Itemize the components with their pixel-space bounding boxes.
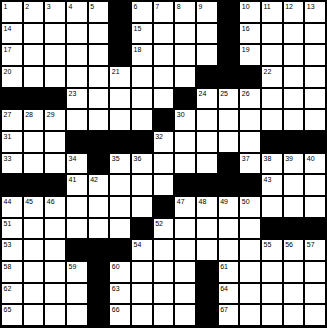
clue-number: 25 — [220, 89, 228, 98]
clue-number: 32 — [155, 132, 163, 141]
clue-number: 62 — [4, 284, 12, 293]
cell-r6c5[interactable] — [89, 110, 109, 130]
cell-r13c15[interactable] — [305, 262, 325, 282]
clue-number: 19 — [242, 45, 250, 54]
cell-r7c12[interactable] — [240, 132, 260, 152]
clue-number: 67 — [220, 305, 228, 314]
cell-r14c8[interactable] — [154, 284, 174, 304]
cell-r13c11[interactable]: 61 — [219, 262, 239, 282]
cell-r13c4[interactable]: 59 — [67, 262, 87, 282]
cell-r12c1[interactable]: 53 — [2, 240, 22, 260]
cell-r5c5[interactable] — [89, 89, 109, 109]
cell-r3c3[interactable] — [45, 45, 65, 65]
cell-r4c14[interactable] — [284, 67, 304, 87]
block-cell — [175, 175, 195, 195]
clue-number: 54 — [133, 240, 141, 249]
cell-r14c11[interactable]: 64 — [219, 284, 239, 304]
cell-r3c15[interactable] — [305, 45, 325, 65]
cell-r14c13[interactable] — [262, 284, 282, 304]
block-cell — [132, 219, 152, 239]
cell-r6c12[interactable] — [240, 110, 260, 130]
cell-r2c10[interactable] — [197, 24, 217, 44]
cell-r12c9[interactable] — [175, 240, 195, 260]
cell-r10c11[interactable]: 49 — [219, 197, 239, 217]
block-cell — [110, 132, 130, 152]
block-cell — [89, 240, 109, 260]
cell-r6c7[interactable] — [132, 110, 152, 130]
block-cell — [175, 89, 195, 109]
clue-number: 21 — [112, 67, 120, 76]
cell-r5c7[interactable] — [132, 89, 152, 109]
clue-number: 40 — [307, 154, 315, 163]
clue-number: 9 — [198, 2, 202, 11]
cell-r1c5[interactable]: 5 — [89, 2, 109, 22]
cell-r1c10[interactable]: 9 — [197, 2, 217, 22]
cell-r1c14[interactable]: 12 — [284, 2, 304, 22]
block-cell — [110, 2, 130, 22]
clue-number: 64 — [220, 284, 228, 293]
cell-r10c9[interactable]: 47 — [175, 197, 195, 217]
cell-r9c6[interactable] — [110, 175, 130, 195]
cell-r10c1[interactable]: 44 — [2, 197, 22, 217]
cell-r12c14[interactable]: 56 — [284, 240, 304, 260]
cell-r8c6[interactable]: 35 — [110, 154, 130, 174]
block-cell — [219, 67, 239, 87]
cell-r3c9[interactable] — [175, 45, 195, 65]
block-cell — [132, 132, 152, 152]
cell-r4c9[interactable] — [175, 67, 195, 87]
clue-number: 58 — [4, 262, 12, 271]
clue-number: 11 — [263, 2, 270, 11]
cell-r2c9[interactable] — [175, 24, 195, 44]
cell-r3c7[interactable]: 18 — [132, 45, 152, 65]
block-cell — [240, 67, 260, 87]
cell-r5c10[interactable]: 24 — [197, 89, 217, 109]
cell-r2c12[interactable]: 16 — [240, 24, 260, 44]
clue-number: 15 — [133, 24, 141, 33]
cell-r5c15[interactable] — [305, 89, 325, 109]
cell-r2c8[interactable] — [154, 24, 174, 44]
clue-number: 43 — [263, 175, 271, 184]
cell-r6c10[interactable] — [197, 110, 217, 130]
clue-number: 48 — [198, 197, 206, 206]
clue-number: 12 — [285, 2, 293, 11]
cell-r6c6[interactable] — [110, 110, 130, 130]
cell-r12c7[interactable]: 54 — [132, 240, 152, 260]
cell-r1c9[interactable]: 8 — [175, 2, 195, 22]
cell-r12c3[interactable] — [45, 240, 65, 260]
block-cell — [154, 197, 174, 217]
block-cell — [197, 305, 217, 325]
clue-number: 7 — [155, 2, 159, 11]
cell-r4c5[interactable] — [89, 67, 109, 87]
clue-number: 37 — [242, 154, 250, 163]
block-cell — [197, 67, 217, 87]
cell-r7c9[interactable] — [175, 132, 195, 152]
cell-r10c14[interactable] — [284, 197, 304, 217]
block-cell — [45, 89, 65, 109]
cell-r9c7[interactable] — [132, 175, 152, 195]
block-cell — [24, 175, 44, 195]
cell-r8c8[interactable] — [154, 154, 174, 174]
clue-number: 30 — [177, 110, 185, 119]
cell-r6c9[interactable]: 30 — [175, 110, 195, 130]
cell-r8c13[interactable]: 38 — [262, 154, 282, 174]
cell-r15c8[interactable] — [154, 305, 174, 325]
cell-r9c5[interactable]: 42 — [89, 175, 109, 195]
block-cell — [67, 240, 87, 260]
block-cell — [89, 284, 109, 304]
cell-r12c10[interactable] — [197, 240, 217, 260]
cell-r12c8[interactable] — [154, 240, 174, 260]
clue-number: 1 — [4, 2, 8, 11]
cell-r10c12[interactable]: 50 — [240, 197, 260, 217]
cell-r4c7[interactable] — [132, 67, 152, 87]
block-cell — [110, 24, 130, 44]
clue-number: 47 — [177, 197, 185, 206]
cell-r8c9[interactable] — [175, 154, 195, 174]
clue-number: 16 — [242, 24, 250, 33]
cell-r4c2[interactable] — [24, 67, 44, 87]
cell-r10c15[interactable] — [305, 197, 325, 217]
cell-r10c6[interactable] — [110, 197, 130, 217]
clue-number: 35 — [112, 154, 120, 163]
cell-r3c8[interactable] — [154, 45, 174, 65]
block-cell — [110, 45, 130, 65]
cell-r6c11[interactable] — [219, 110, 239, 130]
clue-number: 51 — [4, 219, 12, 228]
cell-r13c1[interactable]: 58 — [2, 262, 22, 282]
cell-r13c14[interactable] — [284, 262, 304, 282]
clue-number: 55 — [263, 240, 271, 249]
clue-number: 33 — [4, 154, 12, 163]
cell-r1c1[interactable]: 1 — [2, 2, 22, 22]
clue-number: 60 — [112, 262, 120, 271]
cell-r15c13[interactable] — [262, 305, 282, 325]
cell-r1c7[interactable]: 6 — [132, 2, 152, 22]
cell-r5c8[interactable] — [154, 89, 174, 109]
block-cell — [305, 219, 325, 239]
cell-r5c11[interactable]: 25 — [219, 89, 239, 109]
cell-r8c15[interactable]: 40 — [305, 154, 325, 174]
cell-r14c14[interactable] — [284, 284, 304, 304]
block-cell — [219, 24, 239, 44]
block-cell — [197, 284, 217, 304]
cell-r15c12[interactable] — [240, 305, 260, 325]
clue-number: 42 — [90, 175, 98, 184]
clue-number: 63 — [112, 284, 120, 293]
block-cell — [284, 132, 304, 152]
clue-number: 56 — [285, 240, 293, 249]
cell-r2c7[interactable]: 15 — [132, 24, 152, 44]
cell-r4c3[interactable] — [45, 67, 65, 87]
cell-r10c3[interactable]: 46 — [45, 197, 65, 217]
cell-r14c1[interactable]: 62 — [2, 284, 22, 304]
cell-r7c1[interactable]: 31 — [2, 132, 22, 152]
clue-number: 46 — [47, 197, 55, 206]
cell-r8c3[interactable] — [45, 154, 65, 174]
block-cell — [197, 262, 217, 282]
clue-number: 39 — [285, 154, 293, 163]
cell-r12c13[interactable]: 55 — [262, 240, 282, 260]
cell-r7c11[interactable] — [219, 132, 239, 152]
clue-number: 24 — [198, 89, 206, 98]
block-cell — [89, 262, 109, 282]
cell-r8c10[interactable] — [197, 154, 217, 174]
clue-number: 31 — [4, 132, 12, 141]
cell-r9c15[interactable] — [305, 175, 325, 195]
cell-r14c2[interactable] — [24, 284, 44, 304]
cell-r4c1[interactable]: 20 — [2, 67, 22, 87]
block-cell — [219, 175, 239, 195]
clue-number: 45 — [25, 197, 33, 206]
cell-r4c4[interactable] — [67, 67, 87, 87]
clue-number: 3 — [47, 2, 51, 11]
cell-r11c8[interactable]: 52 — [154, 219, 174, 239]
cell-r3c10[interactable] — [197, 45, 217, 65]
cell-r3c13[interactable] — [262, 45, 282, 65]
cell-r9c4[interactable]: 41 — [67, 175, 87, 195]
block-cell — [2, 89, 22, 109]
cell-r6c14[interactable] — [284, 110, 304, 130]
cell-r15c6[interactable]: 66 — [110, 305, 130, 325]
clue-number: 2 — [25, 2, 29, 11]
cell-r2c5[interactable] — [89, 24, 109, 44]
cell-r13c9[interactable] — [175, 262, 195, 282]
cell-r15c14[interactable] — [284, 305, 304, 325]
cell-r10c13[interactable] — [262, 197, 282, 217]
cell-r7c2[interactable] — [24, 132, 44, 152]
cell-r5c14[interactable] — [284, 89, 304, 109]
clue-number: 13 — [307, 2, 315, 11]
block-cell — [219, 154, 239, 174]
cell-r1c15[interactable]: 13 — [305, 2, 325, 22]
block-cell — [24, 89, 44, 109]
cell-r1c2[interactable]: 2 — [24, 2, 44, 22]
cell-r15c11[interactable]: 67 — [219, 305, 239, 325]
cell-r1c12[interactable]: 10 — [240, 2, 260, 22]
block-cell — [110, 240, 130, 260]
cell-r2c15[interactable] — [305, 24, 325, 44]
clue-number: 23 — [68, 89, 76, 98]
cell-r11c2[interactable] — [24, 219, 44, 239]
block-cell — [89, 132, 109, 152]
cell-r3c5[interactable] — [89, 45, 109, 65]
block-cell — [154, 110, 174, 130]
cell-r7c3[interactable] — [45, 132, 65, 152]
cell-r8c14[interactable]: 39 — [284, 154, 304, 174]
cell-r2c2[interactable] — [24, 24, 44, 44]
cell-r11c10[interactable] — [197, 219, 217, 239]
cell-r11c3[interactable] — [45, 219, 65, 239]
cell-r14c9[interactable] — [175, 284, 195, 304]
cell-r14c4[interactable] — [67, 284, 87, 304]
cell-r6c2[interactable]: 28 — [24, 110, 44, 130]
cell-r14c12[interactable] — [240, 284, 260, 304]
cell-r3c4[interactable] — [67, 45, 87, 65]
cell-r4c8[interactable] — [154, 67, 174, 87]
cell-r10c4[interactable] — [67, 197, 87, 217]
block-cell — [67, 132, 87, 152]
cell-r8c4[interactable]: 34 — [67, 154, 87, 174]
clue-number: 57 — [307, 240, 315, 249]
cell-r11c9[interactable] — [175, 219, 195, 239]
cell-r12c11[interactable] — [219, 240, 239, 260]
clue-number: 14 — [4, 24, 12, 33]
cell-r11c4[interactable] — [67, 219, 87, 239]
cell-r4c6[interactable]: 21 — [110, 67, 130, 87]
cell-r11c12[interactable] — [240, 219, 260, 239]
cell-r15c7[interactable] — [132, 305, 152, 325]
clue-number: 26 — [242, 89, 250, 98]
cell-r12c2[interactable] — [24, 240, 44, 260]
cell-r10c7[interactable] — [132, 197, 152, 217]
crossword-board: 1234567891011121314151617181920212223242… — [0, 0, 327, 328]
clue-number: 53 — [4, 240, 12, 249]
clue-number: 20 — [4, 67, 12, 76]
cell-r9c14[interactable] — [284, 175, 304, 195]
block-cell — [219, 2, 239, 22]
cell-r11c6[interactable] — [110, 219, 130, 239]
clue-number: 5 — [90, 2, 94, 11]
cell-r6c15[interactable] — [305, 110, 325, 130]
cell-r8c12[interactable]: 37 — [240, 154, 260, 174]
cell-r13c7[interactable] — [132, 262, 152, 282]
block-cell — [305, 132, 325, 152]
cell-r1c3[interactable]: 3 — [45, 2, 65, 22]
clue-number: 59 — [68, 262, 76, 271]
cell-r9c13[interactable]: 43 — [262, 175, 282, 195]
cell-r10c2[interactable]: 45 — [24, 197, 44, 217]
block-cell — [45, 175, 65, 195]
block-cell — [89, 305, 109, 325]
cell-r6c3[interactable]: 29 — [45, 110, 65, 130]
clue-number: 66 — [112, 305, 120, 314]
cell-r13c2[interactable] — [24, 262, 44, 282]
cell-r5c12[interactable]: 26 — [240, 89, 260, 109]
cell-r5c4[interactable]: 23 — [67, 89, 87, 109]
cell-r13c8[interactable] — [154, 262, 174, 282]
cell-r4c15[interactable] — [305, 67, 325, 87]
cell-r11c1[interactable]: 51 — [2, 219, 22, 239]
cell-r9c8[interactable] — [154, 175, 174, 195]
cell-r14c6[interactable]: 63 — [110, 284, 130, 304]
clue-number: 28 — [25, 110, 33, 119]
cell-r15c9[interactable] — [175, 305, 195, 325]
clue-number: 29 — [47, 110, 55, 119]
block-cell — [262, 219, 282, 239]
cell-r2c1[interactable]: 14 — [2, 24, 22, 44]
clue-number: 38 — [263, 154, 271, 163]
cell-r2c13[interactable] — [262, 24, 282, 44]
block-cell — [197, 175, 217, 195]
cell-r14c7[interactable] — [132, 284, 152, 304]
cell-r5c13[interactable] — [262, 89, 282, 109]
cell-r2c4[interactable] — [67, 24, 87, 44]
cell-r10c5[interactable] — [89, 197, 109, 217]
cell-r1c8[interactable]: 7 — [154, 2, 174, 22]
cell-r3c1[interactable]: 17 — [2, 45, 22, 65]
block-cell — [2, 175, 22, 195]
cell-r2c14[interactable] — [284, 24, 304, 44]
cell-r11c11[interactable] — [219, 219, 239, 239]
cell-r1c13[interactable]: 11 — [262, 2, 282, 22]
cell-r3c2[interactable] — [24, 45, 44, 65]
cell-r15c15[interactable] — [305, 305, 325, 325]
cell-r8c1[interactable]: 33 — [2, 154, 22, 174]
clue-number: 10 — [242, 2, 250, 11]
cell-r13c3[interactable] — [45, 262, 65, 282]
clue-number: 27 — [4, 110, 12, 119]
cell-r12c12[interactable] — [240, 240, 260, 260]
clue-number: 4 — [68, 2, 72, 11]
cell-r13c12[interactable] — [240, 262, 260, 282]
cell-r1c4[interactable]: 4 — [67, 2, 87, 22]
cell-r8c2[interactable] — [24, 154, 44, 174]
cell-r6c4[interactable] — [67, 110, 87, 130]
block-cell — [284, 219, 304, 239]
cell-r13c13[interactable] — [262, 262, 282, 282]
cell-r3c14[interactable] — [284, 45, 304, 65]
clue-number: 34 — [68, 154, 76, 163]
cell-r3c12[interactable]: 19 — [240, 45, 260, 65]
cell-r15c4[interactable] — [67, 305, 87, 325]
block-cell — [219, 45, 239, 65]
clue-number: 52 — [155, 219, 163, 228]
cell-r14c15[interactable] — [305, 284, 325, 304]
cell-r8c7[interactable]: 36 — [132, 154, 152, 174]
cell-r7c8[interactable]: 32 — [154, 132, 174, 152]
cell-r13c6[interactable]: 60 — [110, 262, 130, 282]
clue-number: 65 — [4, 305, 12, 314]
clue-number: 41 — [68, 175, 76, 184]
block-cell — [89, 154, 109, 174]
cell-r14c3[interactable] — [45, 284, 65, 304]
clue-number: 50 — [242, 197, 250, 206]
cell-r7c10[interactable] — [197, 132, 217, 152]
cell-r11c5[interactable] — [89, 219, 109, 239]
clue-number: 6 — [133, 2, 137, 11]
clue-number: 8 — [177, 2, 181, 11]
cell-r15c2[interactable] — [24, 305, 44, 325]
clue-number: 61 — [220, 262, 228, 271]
block-cell — [240, 175, 260, 195]
cell-r2c3[interactable] — [45, 24, 65, 44]
clue-number: 17 — [4, 45, 12, 54]
clue-number: 49 — [220, 197, 228, 206]
cell-r4c13[interactable]: 22 — [262, 67, 282, 87]
clue-number: 18 — [133, 45, 141, 54]
cell-r12c15[interactable]: 57 — [305, 240, 325, 260]
block-cell — [262, 132, 282, 152]
cell-r6c13[interactable] — [262, 110, 282, 130]
cell-r5c6[interactable] — [110, 89, 130, 109]
cell-r15c1[interactable]: 65 — [2, 305, 22, 325]
cell-r6c1[interactable]: 27 — [2, 110, 22, 130]
clue-number: 22 — [263, 67, 271, 76]
clue-number: 44 — [4, 197, 12, 206]
cell-r10c10[interactable]: 48 — [197, 197, 217, 217]
clue-number: 36 — [133, 154, 141, 163]
cell-r15c3[interactable] — [45, 305, 65, 325]
